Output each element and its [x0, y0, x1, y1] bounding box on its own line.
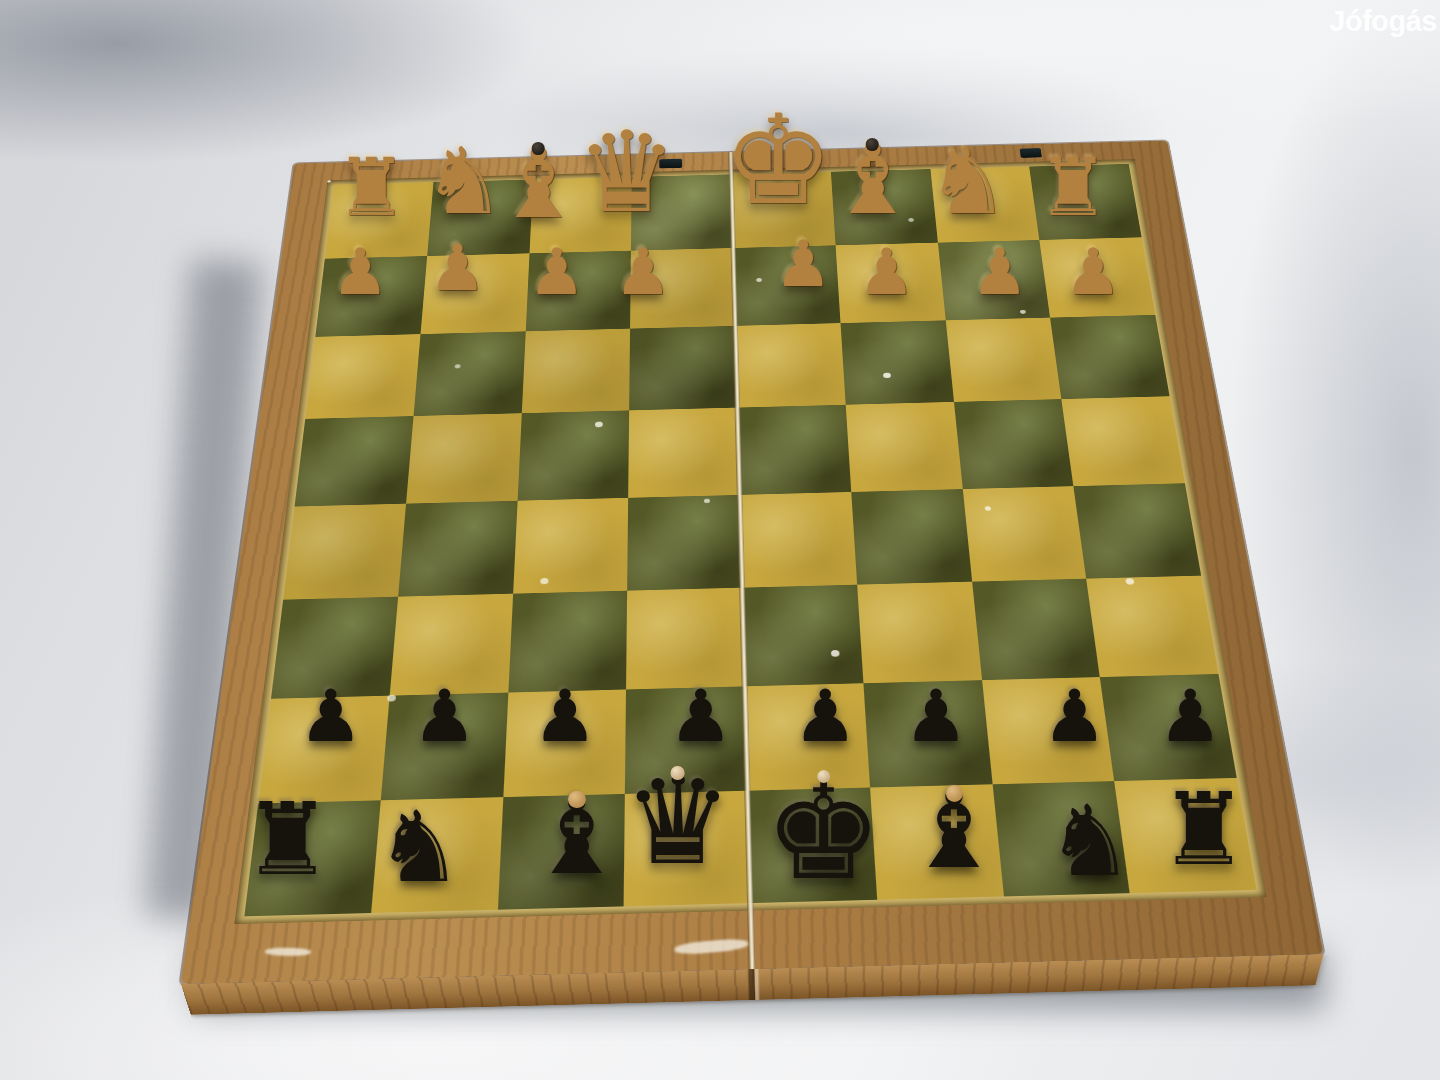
- piece-white-n-b8[interactable]: ♞: [423, 136, 505, 228]
- piece-white-p-c7[interactable]: ♟: [528, 240, 585, 304]
- piece-white-p-f7[interactable]: ♟: [858, 240, 915, 304]
- piece-black-p-g2[interactable]: ♟: [1042, 680, 1107, 752]
- piece-black-p-h2[interactable]: ♟: [1158, 680, 1223, 752]
- piece-white-n-g8[interactable]: ♞: [927, 136, 1009, 228]
- finial-cap: [532, 142, 545, 155]
- piece-black-n-g1[interactable]: ♞: [1046, 792, 1134, 890]
- piece-white-k-e8[interactable]: ♚: [723, 98, 834, 222]
- finial-cap: [671, 766, 684, 779]
- piece-white-p-e7[interactable]: ♟: [774, 232, 831, 296]
- piece-black-p-f2[interactable]: ♟: [904, 680, 969, 752]
- pieces-layer: ♜♞♝♛♚♝♞♜♟♟♟♟♟♟♟♟♟♟♟♟♟♟♟♟♜♞♝♛♚♝♞♜: [0, 0, 1440, 1080]
- piece-black-r-a1[interactable]: ♜: [243, 790, 333, 890]
- piece-black-p-a2[interactable]: ♟: [299, 680, 364, 752]
- piece-white-p-b7[interactable]: ♟: [429, 236, 486, 300]
- photo-scene: ♜♞♝♛♚♝♞♜♟♟♟♟♟♟♟♟♟♟♟♟♟♟♟♟♜♞♝♛♚♝♞♜ Jófogás: [0, 0, 1440, 1080]
- piece-black-n-b1[interactable]: ♞: [375, 798, 463, 896]
- piece-white-p-a7[interactable]: ♟: [331, 240, 388, 304]
- finial-cap: [866, 138, 879, 151]
- finial-cap: [945, 785, 962, 802]
- finial-cap: [568, 791, 585, 808]
- piece-white-p-g7[interactable]: ♟: [971, 240, 1028, 304]
- watermark-text: Jófogás: [1329, 5, 1437, 38]
- piece-black-p-c2[interactable]: ♟: [533, 680, 598, 752]
- piece-black-p-d2[interactable]: ♟: [668, 680, 733, 752]
- piece-black-p-b2[interactable]: ♟: [412, 680, 477, 752]
- piece-black-k-e1[interactable]: ♚: [764, 766, 882, 898]
- piece-black-r-h1[interactable]: ♜: [1159, 780, 1249, 880]
- piece-white-p-d7[interactable]: ♟: [614, 240, 671, 304]
- piece-black-b-c1[interactable]: ♝: [528, 782, 625, 890]
- piece-white-b-c8[interactable]: ♝: [495, 134, 583, 232]
- finial-cap: [817, 770, 830, 783]
- piece-white-r-h8[interactable]: ♜: [1037, 148, 1109, 228]
- piece-white-b-f8[interactable]: ♝: [829, 130, 917, 228]
- piece-white-r-a8[interactable]: ♜: [336, 148, 408, 228]
- piece-black-q-d1[interactable]: ♛: [623, 760, 732, 882]
- piece-white-q-d8[interactable]: ♛: [577, 116, 677, 228]
- piece-white-p-h7[interactable]: ♟: [1064, 240, 1121, 304]
- piece-black-b-f1[interactable]: ♝: [906, 776, 1003, 884]
- piece-black-p-e2[interactable]: ♟: [793, 680, 858, 752]
